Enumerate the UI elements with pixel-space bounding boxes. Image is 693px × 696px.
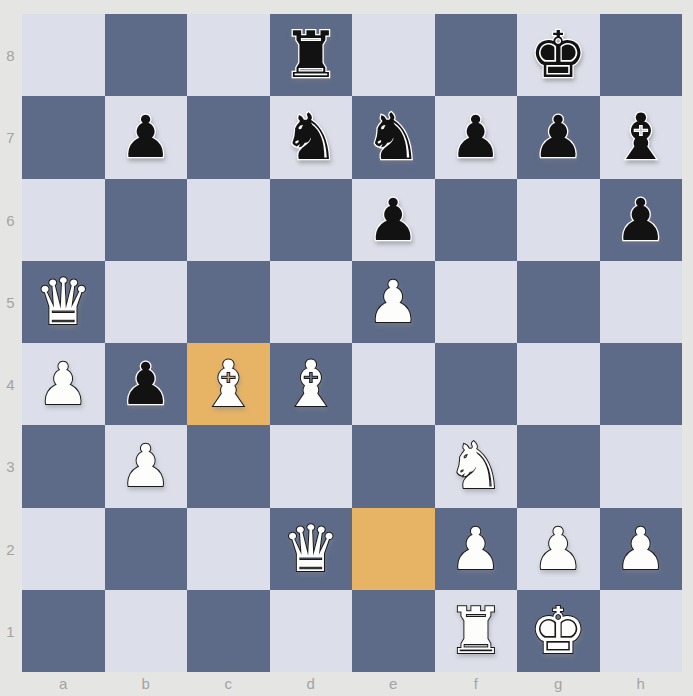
square-d5[interactable]	[270, 261, 353, 343]
square-g7[interactable]: ♟	[517, 96, 600, 178]
black-knight-e7[interactable]: ♞	[365, 105, 422, 169]
square-h6[interactable]: ♟	[600, 179, 683, 261]
square-f2[interactable]: ♟	[435, 508, 518, 590]
square-b2[interactable]	[105, 508, 188, 590]
square-a8[interactable]	[22, 14, 105, 96]
black-pawn-b4[interactable]: ♟	[120, 355, 172, 413]
square-g2[interactable]: ♟	[517, 508, 600, 590]
file-label-e: e	[381, 675, 405, 692]
square-d6[interactable]	[270, 179, 353, 261]
square-c4[interactable]: ♝	[187, 343, 270, 425]
white-pawn-g2[interactable]: ♟	[532, 520, 584, 578]
black-rook-d8[interactable]: ♜	[282, 23, 339, 87]
file-label-a: a	[51, 675, 75, 692]
chess-board: ♜♚♟♞♞♟♟♝♟♟♛♟♟♟♝♝♟♞♛♟♟♟♜♚	[22, 14, 682, 672]
square-h4[interactable]	[600, 343, 683, 425]
white-pawn-a4[interactable]: ♟	[37, 355, 89, 413]
square-g3[interactable]	[517, 425, 600, 507]
white-bishop-d4[interactable]: ♝	[282, 352, 339, 416]
square-a2[interactable]	[22, 508, 105, 590]
square-c5[interactable]	[187, 261, 270, 343]
square-e3[interactable]	[352, 425, 435, 507]
square-c6[interactable]	[187, 179, 270, 261]
square-a7[interactable]	[22, 96, 105, 178]
square-e6[interactable]: ♟	[352, 179, 435, 261]
white-king-g1[interactable]: ♚	[530, 599, 587, 663]
square-b8[interactable]	[105, 14, 188, 96]
square-e4[interactable]	[352, 343, 435, 425]
square-h5[interactable]	[600, 261, 683, 343]
black-pawn-g7[interactable]: ♟	[532, 108, 584, 166]
square-f6[interactable]	[435, 179, 518, 261]
square-e2[interactable]	[352, 508, 435, 590]
square-f5[interactable]	[435, 261, 518, 343]
rank-label-7: 7	[1, 129, 20, 146]
square-f3[interactable]: ♞	[435, 425, 518, 507]
white-pawn-f2[interactable]: ♟	[450, 520, 502, 578]
black-knight-d7[interactable]: ♞	[282, 105, 339, 169]
square-c7[interactable]	[187, 96, 270, 178]
rank-label-8: 8	[1, 47, 20, 64]
file-label-b: b	[134, 675, 158, 692]
square-d1[interactable]	[270, 590, 353, 672]
black-pawn-f7[interactable]: ♟	[450, 108, 502, 166]
rank-label-6: 6	[1, 211, 20, 228]
square-f7[interactable]: ♟	[435, 96, 518, 178]
white-rook-f1[interactable]: ♜	[447, 599, 504, 663]
file-label-g: g	[546, 675, 570, 692]
square-a1[interactable]	[22, 590, 105, 672]
square-e7[interactable]: ♞	[352, 96, 435, 178]
square-g1[interactable]: ♚	[517, 590, 600, 672]
square-f8[interactable]	[435, 14, 518, 96]
square-b7[interactable]: ♟	[105, 96, 188, 178]
black-pawn-e6[interactable]: ♟	[367, 191, 419, 249]
rank-label-4: 4	[1, 376, 20, 393]
square-e5[interactable]: ♟	[352, 261, 435, 343]
black-pawn-b7[interactable]: ♟	[120, 108, 172, 166]
file-label-d: d	[299, 675, 323, 692]
file-label-h: h	[629, 675, 653, 692]
square-a5[interactable]: ♛	[22, 261, 105, 343]
rank-label-3: 3	[1, 458, 20, 475]
square-h2[interactable]: ♟	[600, 508, 683, 590]
square-b4[interactable]: ♟	[105, 343, 188, 425]
black-king-g8[interactable]: ♚	[530, 23, 587, 87]
square-d8[interactable]: ♜	[270, 14, 353, 96]
square-b3[interactable]: ♟	[105, 425, 188, 507]
square-d2[interactable]: ♛	[270, 508, 353, 590]
square-h3[interactable]	[600, 425, 683, 507]
square-b1[interactable]	[105, 590, 188, 672]
white-queen-d2[interactable]: ♛	[282, 517, 339, 581]
white-knight-f3[interactable]: ♞	[447, 434, 504, 498]
square-b6[interactable]	[105, 179, 188, 261]
rank-label-2: 2	[1, 540, 20, 557]
square-b5[interactable]	[105, 261, 188, 343]
file-label-f: f	[464, 675, 488, 692]
square-h7[interactable]: ♝	[600, 96, 683, 178]
black-pawn-h6[interactable]: ♟	[615, 191, 667, 249]
square-c1[interactable]	[187, 590, 270, 672]
square-f4[interactable]	[435, 343, 518, 425]
square-d3[interactable]	[270, 425, 353, 507]
rank-label-1: 1	[1, 622, 20, 639]
white-pawn-e5[interactable]: ♟	[367, 273, 419, 331]
square-h8[interactable]	[600, 14, 683, 96]
file-label-c: c	[216, 675, 240, 692]
square-d7[interactable]: ♞	[270, 96, 353, 178]
white-queen-a5[interactable]: ♛	[35, 270, 92, 334]
square-g8[interactable]: ♚	[517, 14, 600, 96]
white-pawn-b3[interactable]: ♟	[120, 437, 172, 495]
square-d4[interactable]: ♝	[270, 343, 353, 425]
square-e8[interactable]	[352, 14, 435, 96]
square-f1[interactable]: ♜	[435, 590, 518, 672]
square-c3[interactable]	[187, 425, 270, 507]
square-g4[interactable]	[517, 343, 600, 425]
square-c2[interactable]	[187, 508, 270, 590]
square-e1[interactable]	[352, 590, 435, 672]
white-pawn-h2[interactable]: ♟	[615, 520, 667, 578]
square-g5[interactable]	[517, 261, 600, 343]
square-a3[interactable]	[22, 425, 105, 507]
square-g6[interactable]	[517, 179, 600, 261]
square-a4[interactable]: ♟	[22, 343, 105, 425]
square-a6[interactable]	[22, 179, 105, 261]
black-bishop-h7[interactable]: ♝	[612, 105, 669, 169]
square-h1[interactable]	[600, 590, 683, 672]
square-c8[interactable]	[187, 14, 270, 96]
rank-label-5: 5	[1, 293, 20, 310]
white-bishop-c4[interactable]: ♝	[200, 352, 257, 416]
